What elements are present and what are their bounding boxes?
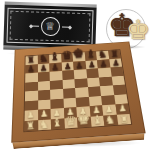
square-e7: ♟ xyxy=(73,61,86,70)
square-d4 xyxy=(63,88,76,98)
square-a4 xyxy=(25,91,38,101)
piece-white-bishop-c1: ♝ xyxy=(52,116,63,128)
square-h5 xyxy=(111,75,125,85)
square-g4 xyxy=(100,85,114,95)
square-g1: ♞ xyxy=(103,114,118,125)
square-a7: ♟ xyxy=(25,64,37,73)
piece-black-pawn-a7: ♟ xyxy=(27,64,35,73)
piece-white-rook-h1: ♜ xyxy=(119,113,129,124)
chess-set-product-photo: ♕ ♚ ♚ ♜♞♝♛♚♝♞♜♟♟♟♟♟♟♟♟♟♟♟♟♟♟♟♟♜♞♝♛♚♝♞♜ xyxy=(0,0,150,150)
piece-black-pawn-h7: ♟ xyxy=(112,58,120,67)
square-d7: ♟ xyxy=(61,61,73,70)
board-grid: ♜♞♝♛♚♝♞♜♟♟♟♟♟♟♟♟♟♟♟♟♟♟♟♟♜♞♝♛♚♝♞♜ xyxy=(23,49,132,132)
piece-black-pawn-f7: ♟ xyxy=(88,60,96,69)
piece-black-pawn-e7: ♟ xyxy=(75,60,83,69)
piece-black-pawn-g7: ♟ xyxy=(100,59,108,68)
square-c5 xyxy=(50,80,63,90)
square-c1: ♝ xyxy=(51,118,65,129)
emblem-ornament-left xyxy=(31,25,39,26)
square-b4 xyxy=(38,90,51,100)
piece-black-pawn-b7: ♟ xyxy=(39,63,47,72)
square-e5 xyxy=(74,78,87,88)
square-a1: ♜ xyxy=(24,120,37,131)
square-b7: ♟ xyxy=(37,63,49,72)
square-e4 xyxy=(75,87,88,97)
square-b1: ♞ xyxy=(38,119,51,130)
square-d1: ♛ xyxy=(64,117,78,128)
piece-black-pawn-d7: ♟ xyxy=(63,61,71,70)
square-f1: ♝ xyxy=(90,115,104,126)
piece-white-king-e1: ♚ xyxy=(77,111,91,126)
square-f5 xyxy=(87,77,100,87)
square-h1: ♜ xyxy=(116,114,131,125)
square-c4 xyxy=(50,89,63,99)
square-e1: ♚ xyxy=(77,116,91,127)
piece-black-pawn-c7: ♟ xyxy=(51,62,59,71)
chess-board: ♜♞♝♛♚♝♞♜♟♟♟♟♟♟♟♟♟♟♟♟♟♟♟♟♜♞♝♛♚♝♞♜ xyxy=(11,41,145,142)
square-h4 xyxy=(112,85,126,95)
board-frame: ♜♞♝♛♚♝♞♜♟♟♟♟♟♟♟♟♟♟♟♟♟♟♟♟♜♞♝♛♚♝♞♜ xyxy=(11,41,145,142)
piece-white-queen-d1: ♛ xyxy=(64,114,76,128)
piece-white-knight-g1: ♞ xyxy=(105,113,116,125)
square-f4 xyxy=(87,86,101,96)
square-h7: ♟ xyxy=(109,58,122,67)
square-g7: ♟ xyxy=(97,59,110,68)
piece-white-bishop-f1: ♝ xyxy=(92,113,103,125)
piece-white-knight-b1: ♞ xyxy=(39,118,50,130)
piece-black-king-e8: ♚ xyxy=(72,47,84,61)
board-scene: ♜♞♝♛♚♝♞♜♟♟♟♟♟♟♟♟♟♟♟♟♟♟♟♟♜♞♝♛♚♝♞♜ xyxy=(0,21,150,150)
square-f7: ♟ xyxy=(85,60,98,69)
piece-white-rook-a1: ♜ xyxy=(26,120,36,131)
